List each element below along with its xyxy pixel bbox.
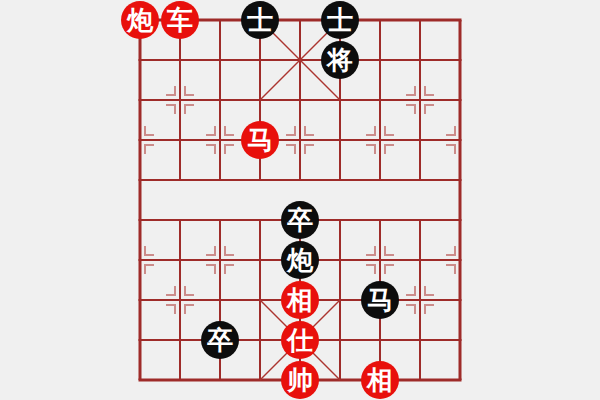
piece-red-cannon[interactable]: 炮 [121, 1, 159, 39]
piece-red-chariot[interactable]: 车 [161, 1, 199, 39]
piece-black-soldier[interactable]: 卒 [281, 201, 319, 239]
piece-red-advisor[interactable]: 仕 [281, 321, 319, 359]
app-background: 炮车士士将马卒炮相马卒仕帅相 [0, 0, 600, 400]
xiangqi-board[interactable]: 炮车士士将马卒炮相马卒仕帅相 [0, 0, 600, 400]
piece-black-horse[interactable]: 马 [361, 281, 399, 319]
piece-black-advisor[interactable]: 士 [241, 1, 279, 39]
piece-red-elephant[interactable]: 相 [361, 361, 399, 399]
piece-black-general[interactable]: 将 [321, 41, 359, 79]
piece-black-cannon[interactable]: 炮 [281, 241, 319, 279]
piece-red-elephant[interactable]: 相 [281, 281, 319, 319]
piece-black-soldier[interactable]: 卒 [201, 321, 239, 359]
piece-black-advisor[interactable]: 士 [321, 1, 359, 39]
piece-red-general[interactable]: 帅 [281, 361, 319, 399]
piece-red-horse[interactable]: 马 [241, 121, 279, 159]
